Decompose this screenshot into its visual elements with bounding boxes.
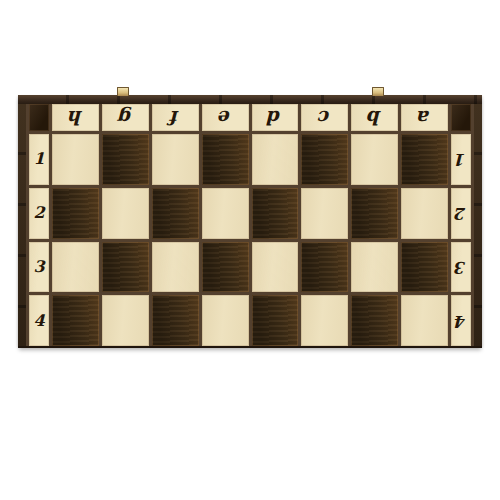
- square-f1[interactable]: [152, 134, 199, 185]
- file-label-text: g: [119, 108, 132, 127]
- square-g1[interactable]: [102, 134, 149, 185]
- square-b4[interactable]: [351, 295, 398, 346]
- frame-corner: [451, 104, 471, 131]
- rank-label-left-1: 1: [29, 134, 49, 185]
- square-h2[interactable]: [52, 188, 99, 239]
- board-left-trim: [18, 104, 26, 346]
- square-d1[interactable]: [252, 134, 299, 185]
- rank-label-right-1: 1: [451, 134, 471, 185]
- square-f4[interactable]: [152, 295, 199, 346]
- chess-board: hgfedcba11223344: [18, 95, 482, 348]
- square-d4[interactable]: [252, 295, 299, 346]
- rank-label-text: 3: [33, 259, 44, 275]
- square-h4[interactable]: [52, 295, 99, 346]
- file-label-text: f: [171, 108, 179, 127]
- file-label-c: c: [301, 104, 348, 131]
- file-label-g: g: [102, 104, 149, 131]
- rank-label-text: 3: [455, 259, 466, 275]
- file-label-e: e: [202, 104, 249, 131]
- square-a4[interactable]: [401, 295, 448, 346]
- hinge-icon: [117, 87, 129, 96]
- square-d2[interactable]: [252, 188, 299, 239]
- rank-label-text: 4: [33, 313, 44, 329]
- file-label-d: d: [252, 104, 299, 131]
- file-label-f: f: [152, 104, 199, 131]
- square-h3[interactable]: [52, 242, 99, 293]
- square-c1[interactable]: [301, 134, 348, 185]
- square-a1[interactable]: [401, 134, 448, 185]
- square-e1[interactable]: [202, 134, 249, 185]
- square-a2[interactable]: [401, 188, 448, 239]
- square-b2[interactable]: [351, 188, 398, 239]
- square-f2[interactable]: [152, 188, 199, 239]
- square-b3[interactable]: [351, 242, 398, 293]
- rank-label-text: 2: [455, 205, 466, 221]
- square-c3[interactable]: [301, 242, 348, 293]
- square-h1[interactable]: [52, 134, 99, 185]
- square-g2[interactable]: [102, 188, 149, 239]
- file-label-text: c: [319, 108, 331, 127]
- square-c2[interactable]: [301, 188, 348, 239]
- square-d3[interactable]: [252, 242, 299, 293]
- square-g3[interactable]: [102, 242, 149, 293]
- file-label-text: e: [219, 108, 231, 127]
- square-a3[interactable]: [401, 242, 448, 293]
- file-label-b: b: [351, 104, 398, 131]
- square-c4[interactable]: [301, 295, 348, 346]
- square-e3[interactable]: [202, 242, 249, 293]
- file-label-text: b: [368, 108, 381, 127]
- rank-label-text: 4: [455, 313, 466, 329]
- rank-label-right-4: 4: [451, 295, 471, 346]
- square-f3[interactable]: [152, 242, 199, 293]
- rank-label-right-2: 2: [451, 188, 471, 239]
- board-face: hgfedcba11223344: [18, 104, 482, 346]
- product-photo-stage: hgfedcba11223344: [0, 0, 500, 500]
- rank-label-text: 2: [33, 205, 44, 221]
- file-label-text: d: [268, 108, 281, 127]
- file-label-a: a: [401, 104, 448, 131]
- square-b1[interactable]: [351, 134, 398, 185]
- file-label-h: h: [52, 104, 99, 131]
- file-label-text: a: [418, 108, 430, 127]
- rank-label-right-3: 3: [451, 242, 471, 293]
- rank-label-left-4: 4: [29, 295, 49, 346]
- rank-label-left-2: 2: [29, 188, 49, 239]
- rank-label-left-3: 3: [29, 242, 49, 293]
- hinge-icon: [372, 87, 384, 96]
- file-label-text: h: [69, 108, 83, 127]
- board-top-trim: [18, 95, 482, 104]
- rank-label-text: 1: [33, 151, 44, 167]
- square-e2[interactable]: [202, 188, 249, 239]
- square-e4[interactable]: [202, 295, 249, 346]
- frame-corner: [29, 104, 49, 131]
- square-g4[interactable]: [102, 295, 149, 346]
- rank-label-text: 1: [455, 151, 466, 167]
- board-right-trim: [474, 104, 482, 346]
